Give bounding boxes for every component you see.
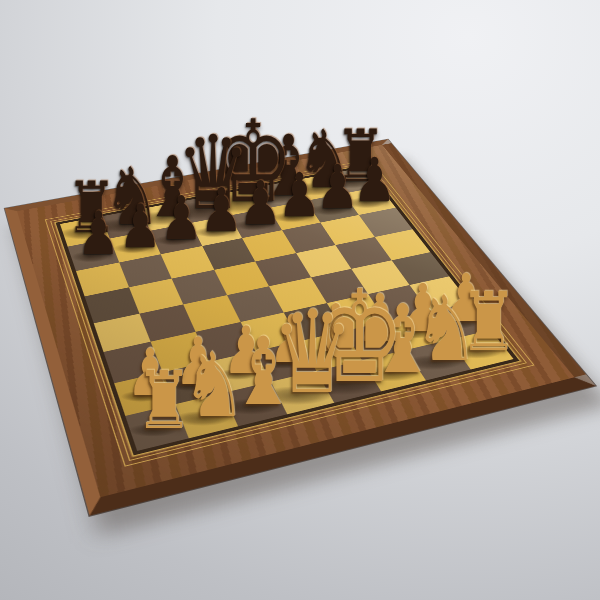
photo-scene: ♜♞♝♟♚♟♛♟♝♟♞♟♜♟♟♟♟♟♟♜♟♞♟♝♟♚♟♛♟♝♞♜ <box>0 0 600 600</box>
chess-board <box>5 139 596 515</box>
